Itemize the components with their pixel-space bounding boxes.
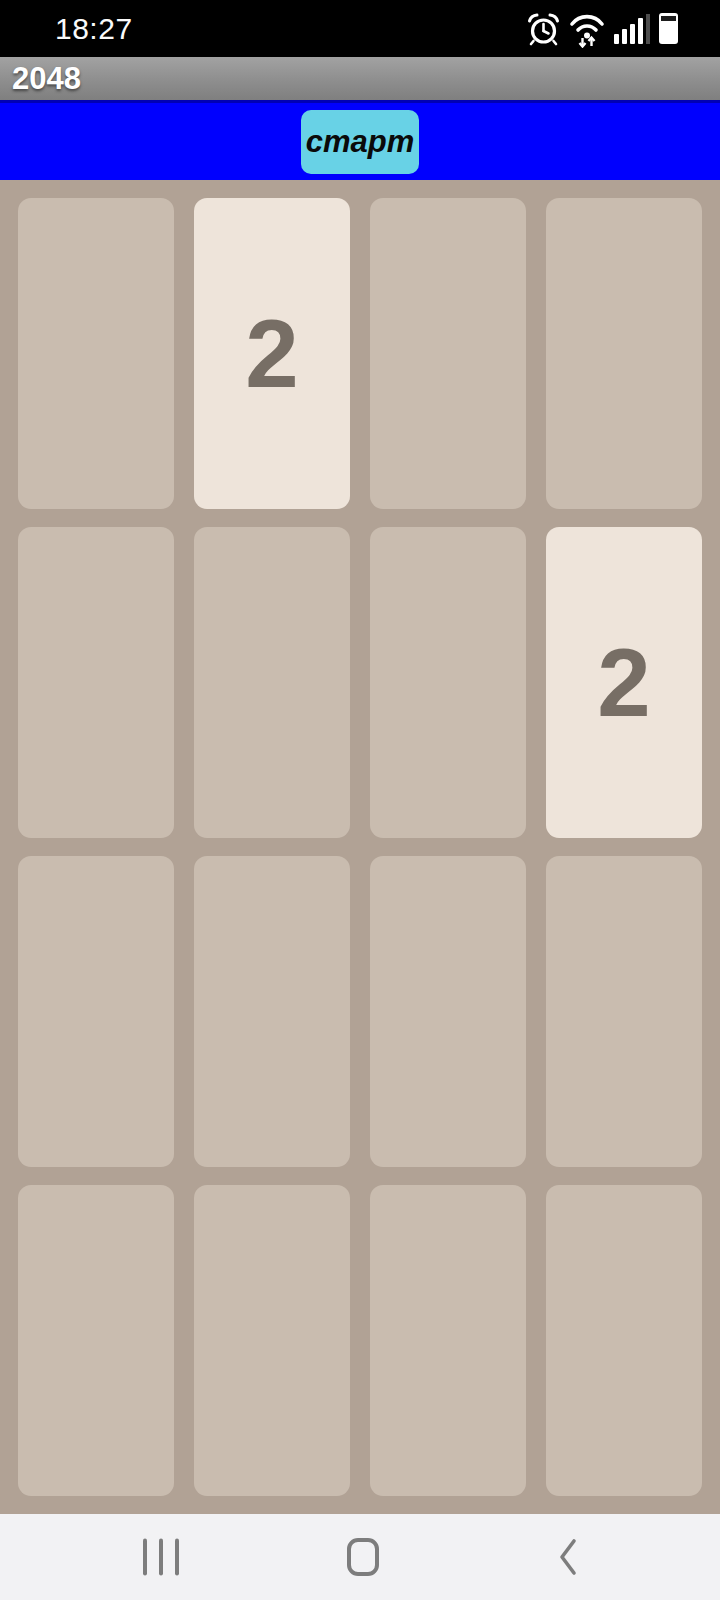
tile-2: 2 xyxy=(546,527,702,838)
status-time: 18:27 xyxy=(55,12,133,46)
recents-icon[interactable] xyxy=(143,1539,179,1576)
wifi-arrows-icon xyxy=(569,10,605,48)
nav-bar xyxy=(0,1514,720,1600)
signal-strength-icon xyxy=(614,14,650,44)
page-title: 2048 xyxy=(12,61,81,97)
cell-r3c2 xyxy=(370,1185,526,1496)
cell-r3c3 xyxy=(546,1185,702,1496)
cell-r3c0 xyxy=(18,1185,174,1496)
cell-r3c1 xyxy=(194,1185,350,1496)
home-icon[interactable] xyxy=(347,1538,379,1576)
back-icon[interactable] xyxy=(559,1538,577,1576)
cell-r2c1 xyxy=(194,856,350,1167)
title-bar: 2048 xyxy=(0,57,720,100)
start-button[interactable]: старт xyxy=(301,110,419,174)
cell-r0c0 xyxy=(18,198,174,509)
status-icons xyxy=(527,10,678,48)
cell-r2c2 xyxy=(370,856,526,1167)
cell-r2c3 xyxy=(546,856,702,1167)
cell-r1c0 xyxy=(18,527,174,838)
board[interactable]: 2 2 xyxy=(0,180,720,1514)
battery-icon xyxy=(659,13,678,44)
cell-r0c2 xyxy=(370,198,526,509)
cell-r1c1 xyxy=(194,527,350,838)
cell-r0c3 xyxy=(546,198,702,509)
control-bar: старт xyxy=(0,100,720,180)
cell-r2c0 xyxy=(18,856,174,1167)
phone-screen: 18:27 xyxy=(0,0,720,1600)
cell-r1c2 xyxy=(370,527,526,838)
tile-2: 2 xyxy=(194,198,350,509)
alarm-icon xyxy=(527,12,560,46)
status-bar: 18:27 xyxy=(0,0,720,57)
